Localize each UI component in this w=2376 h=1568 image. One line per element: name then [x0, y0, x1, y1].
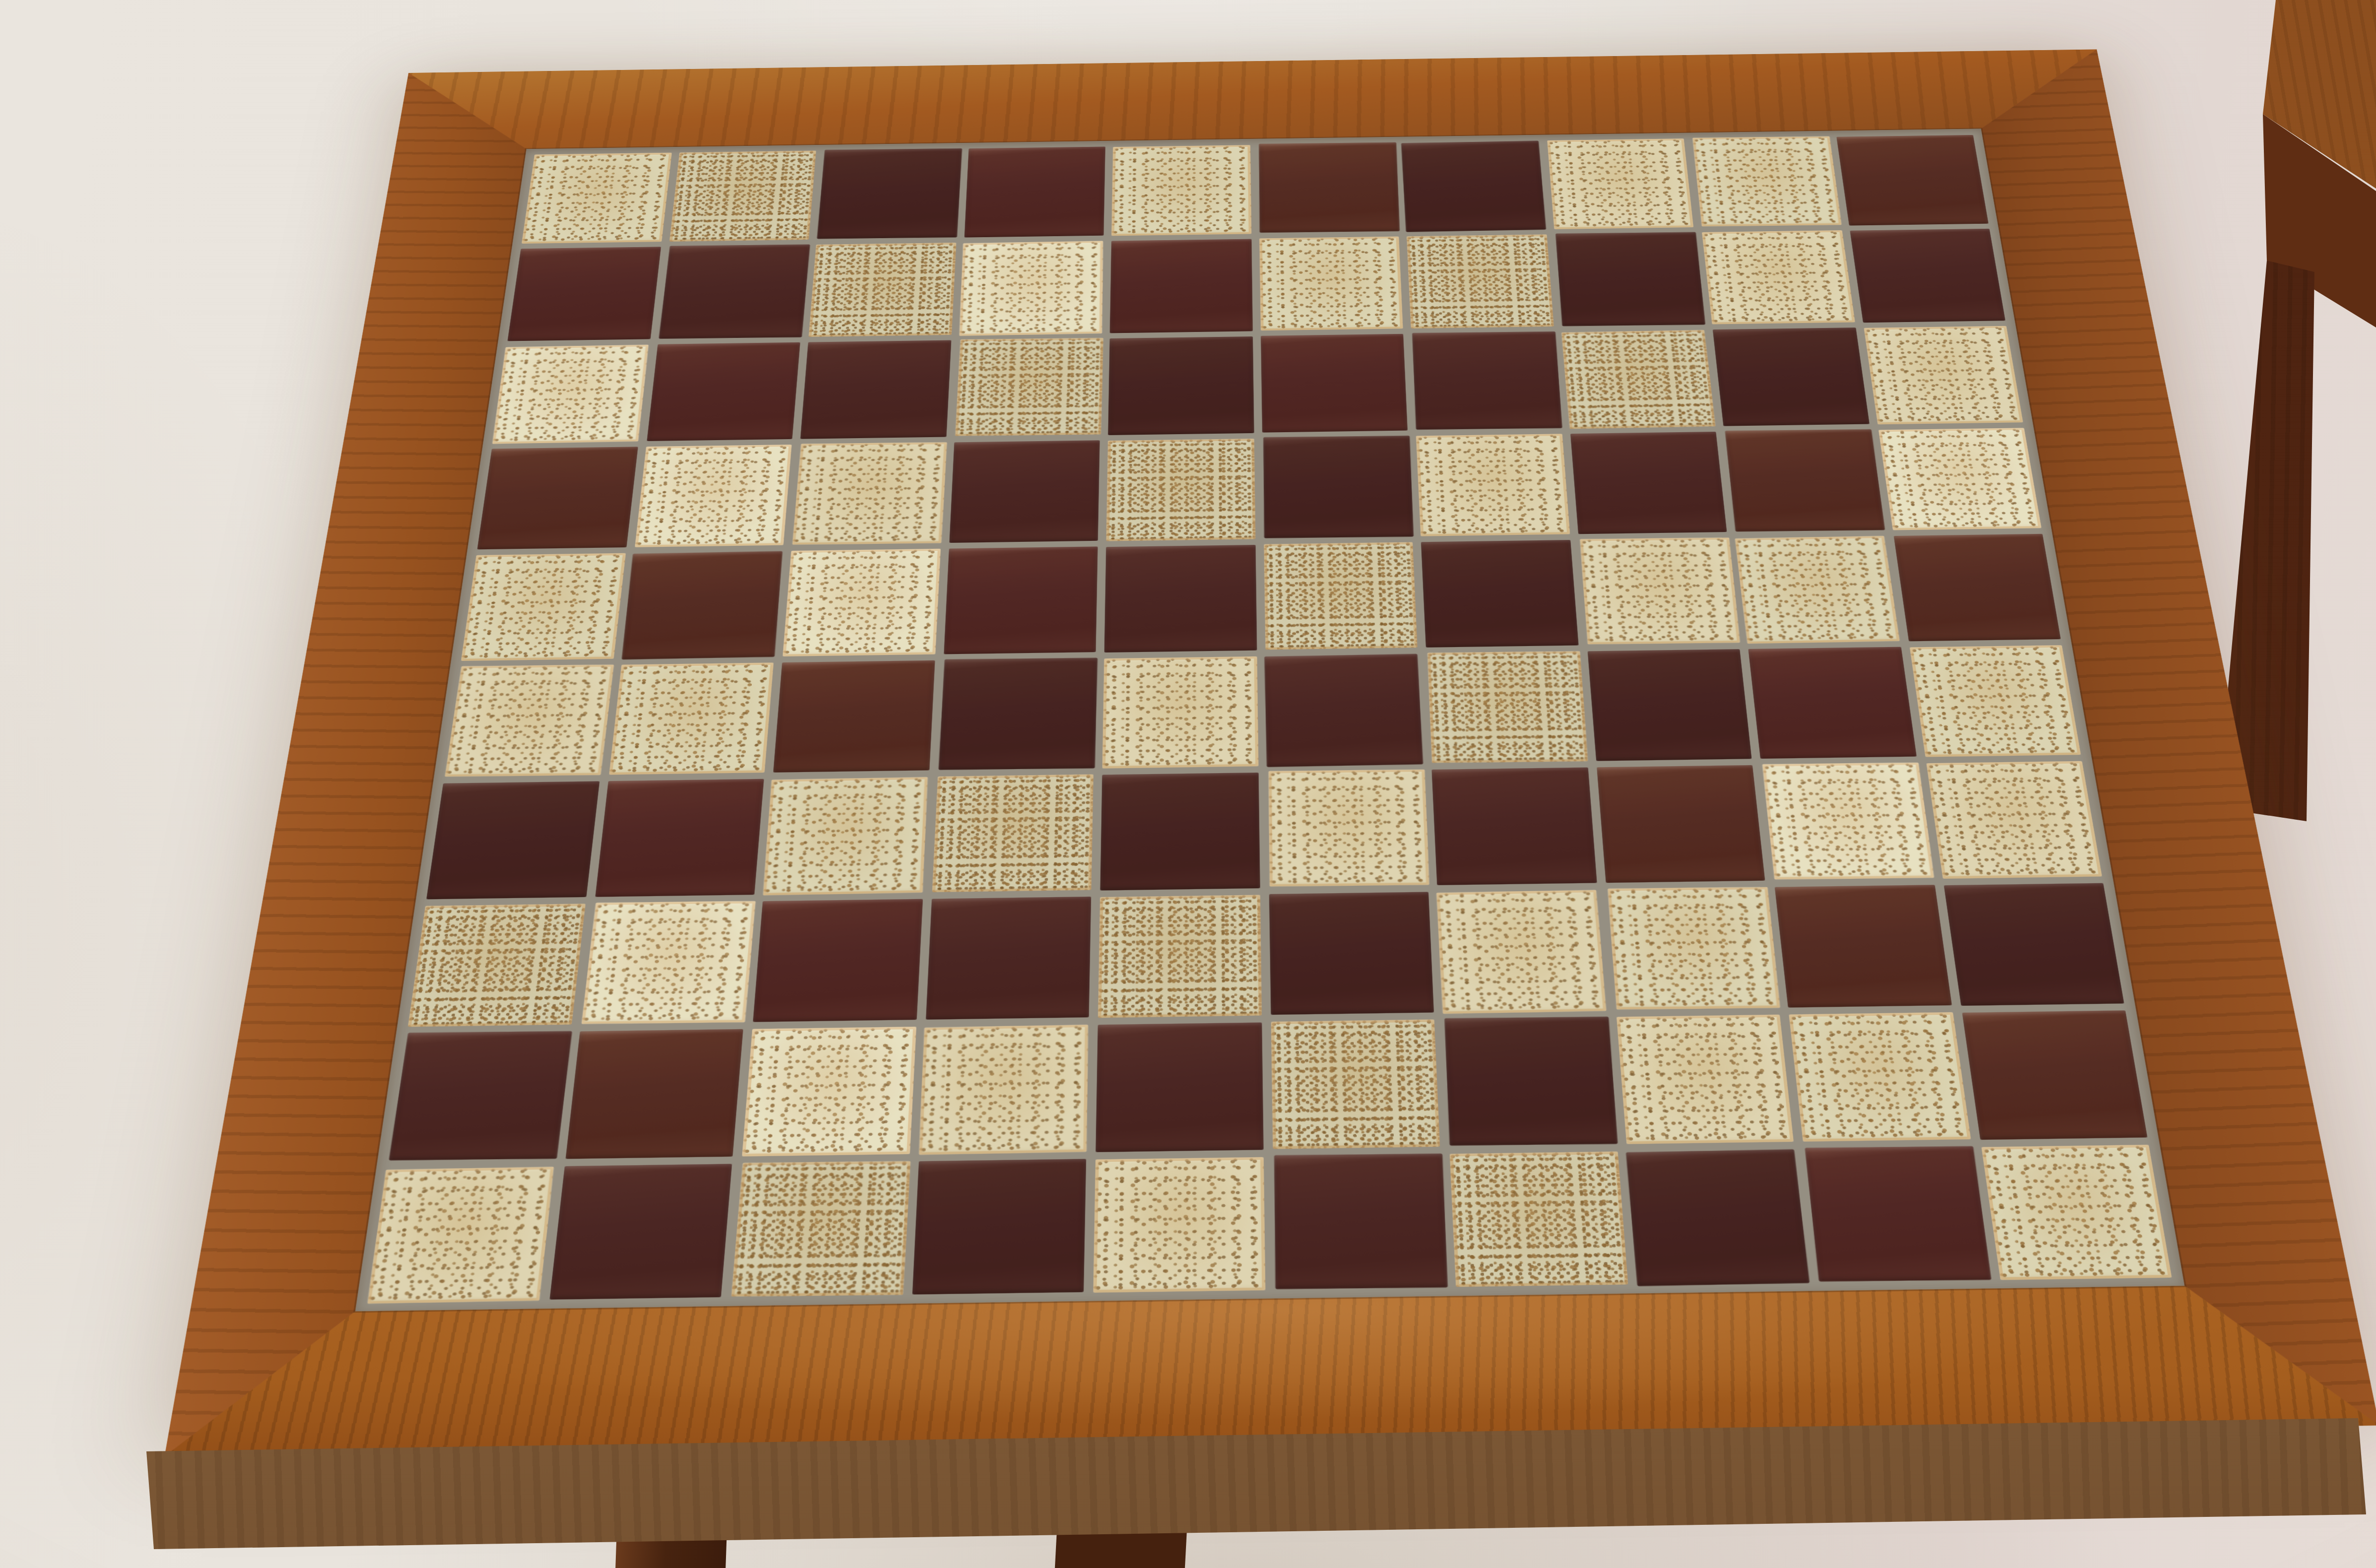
- tile-r8c10-brown: [1943, 883, 2124, 1006]
- tile-r5c6-cream: [1263, 542, 1417, 650]
- tile-r4c1-brown: [477, 447, 638, 549]
- tile-r8c5-cream: [1098, 895, 1261, 1018]
- tile-r7c2-brown: [595, 779, 764, 897]
- tile-r4c6-brown: [1263, 436, 1413, 538]
- tile-r8c4-brown: [925, 896, 1091, 1020]
- tile-r7c9-cream: [1762, 763, 1934, 880]
- tile-r8c1-cream: [408, 904, 585, 1027]
- tile-r1c8-cream: [1547, 138, 1694, 229]
- tile-r5c1-cream: [461, 553, 625, 661]
- tile-r1c3-brown: [817, 148, 962, 239]
- tile-r2c5-brown: [1110, 239, 1252, 333]
- tile-r6c2-cream: [609, 662, 774, 775]
- tile-r5c4-brown: [943, 546, 1098, 654]
- tile-r3c8-cream: [1561, 330, 1715, 429]
- tile-r10c8-brown: [1626, 1149, 1809, 1286]
- tile-r10c5-cream: [1093, 1157, 1265, 1293]
- tile-r1c2-cream: [669, 151, 816, 242]
- tile-r5c10-brown: [1893, 534, 2060, 641]
- tile-r3c3-brown: [800, 340, 951, 439]
- tile-r7c5-brown: [1100, 773, 1260, 890]
- tile-r2c7-cream: [1407, 234, 1554, 328]
- tile-r3c1-cream: [492, 345, 649, 444]
- tile-r4c10-cream: [1878, 428, 2042, 530]
- tile-r4c8-brown: [1570, 431, 1727, 534]
- tile-r9c8-cream: [1616, 1015, 1794, 1144]
- tile-r8c7-cream: [1436, 890, 1606, 1014]
- tile-r3c4-cream: [955, 338, 1103, 436]
- tile-r7c10-cream: [1926, 761, 2102, 879]
- tile-r2c1-brown: [508, 247, 661, 341]
- tile-r5c5-brown: [1104, 545, 1256, 652]
- tile-r6c1-cream: [445, 664, 614, 777]
- tile-r6c10-cream: [1909, 645, 2081, 757]
- tile-r7c3-cream: [763, 777, 927, 895]
- tile-r2c8-brown: [1555, 232, 1705, 326]
- photo-stage: [0, 0, 2376, 1568]
- tile-r6c8-brown: [1587, 649, 1752, 761]
- scene: [0, 0, 2376, 1568]
- tile-r9c4-cream: [919, 1025, 1088, 1155]
- tile-r4c2-cream: [634, 444, 792, 547]
- tile-r5c7-brown: [1421, 540, 1578, 647]
- tile-r1c9-cream: [1692, 136, 1841, 226]
- tile-r10c3-cream: [731, 1161, 910, 1296]
- tile-r5c3-cream: [783, 549, 940, 656]
- tile-r1c4-brown: [964, 146, 1106, 237]
- tile-r9c6-cream: [1270, 1019, 1440, 1149]
- tile-r4c5-cream: [1106, 438, 1255, 541]
- tile-r2c10-brown: [1849, 228, 2005, 323]
- tile-r3c7-brown: [1412, 331, 1562, 429]
- tile-r8c6-brown: [1269, 892, 1434, 1015]
- tile-r6c5-cream: [1102, 656, 1258, 768]
- tile-r4c3-cream: [792, 442, 947, 544]
- tile-r1c7-brown: [1401, 141, 1546, 232]
- tile-r1c6-brown: [1258, 142, 1399, 233]
- tile-r2c6-cream: [1259, 236, 1403, 330]
- tile-r6c9-brown: [1748, 647, 1916, 759]
- tile-r9c10-brown: [1962, 1010, 2147, 1139]
- tile-r1c5-cream: [1112, 145, 1251, 236]
- tile-r8c8-cream: [1607, 887, 1780, 1009]
- tile-r9c3-cream: [742, 1027, 916, 1156]
- tile-r2c4-cream: [959, 241, 1103, 335]
- tile-r9c9-cream: [1789, 1012, 1971, 1141]
- tile-r3c9-brown: [1713, 327, 1869, 426]
- tile-r10c7-cream: [1450, 1151, 1628, 1287]
- tile-r7c6-cream: [1268, 769, 1429, 886]
- tile-r7c7-brown: [1432, 768, 1596, 885]
- tile-r10c9-brown: [1805, 1146, 1991, 1281]
- tile-r9c7-brown: [1445, 1017, 1617, 1145]
- tile-r10c4-brown: [912, 1159, 1086, 1295]
- tile-r10c10-cream: [1981, 1144, 2172, 1280]
- tile-r3c2-brown: [647, 342, 800, 441]
- tile-r6c7-cream: [1427, 651, 1587, 762]
- checkerboard-tile-grid: [355, 129, 2184, 1311]
- tile-r4c4-brown: [949, 440, 1100, 543]
- main-tabletop: [165, 49, 2376, 1456]
- tile-r10c1-cream: [367, 1166, 554, 1303]
- tile-r8c2-cream: [581, 901, 755, 1024]
- tile-r9c5-brown: [1096, 1023, 1263, 1152]
- tile-r1c10-brown: [1836, 135, 1988, 225]
- tile-r5c8-cream: [1580, 537, 1739, 644]
- tile-r2c9-cream: [1702, 230, 1854, 325]
- tile-r4c9-brown: [1725, 429, 1885, 531]
- tile-r2c2-brown: [659, 244, 809, 338]
- tile-r8c3-brown: [753, 899, 923, 1022]
- tile-r10c6-brown: [1274, 1153, 1447, 1289]
- tile-r3c6-brown: [1260, 334, 1408, 432]
- tile-r5c9-cream: [1735, 536, 1900, 644]
- tile-r7c4-cream: [932, 774, 1094, 892]
- tile-r6c3-brown: [773, 660, 934, 773]
- tile-r6c6-brown: [1264, 653, 1422, 766]
- tile-r8c9-brown: [1775, 885, 1951, 1008]
- tile-r6c4-brown: [938, 657, 1097, 769]
- tile-r10c2-brown: [549, 1164, 732, 1300]
- tile-r1c1-cream: [522, 153, 671, 244]
- tile-r4c7-cream: [1416, 434, 1570, 536]
- tile-r5c2-brown: [621, 551, 782, 659]
- tile-r7c8-brown: [1596, 765, 1765, 883]
- tile-r2c3-cream: [808, 243, 956, 337]
- tile-r3c5-brown: [1108, 336, 1254, 435]
- tile-r3c10-cream: [1863, 326, 2023, 424]
- tile-r9c1-brown: [389, 1031, 572, 1160]
- tile-r9c2-brown: [565, 1029, 743, 1159]
- tile-r7c1-brown: [426, 781, 599, 899]
